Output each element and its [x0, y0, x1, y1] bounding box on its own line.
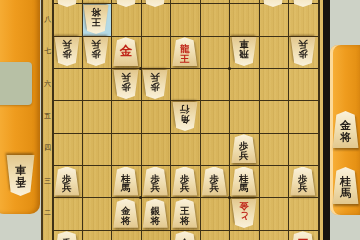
- shogi-piece[interactable]: 馬: [290, 231, 316, 240]
- shogi-piece[interactable]: 金将: [172, 231, 198, 240]
- piece-kanji: 兵: [239, 151, 249, 161]
- piece-kanji: 歩: [92, 50, 102, 60]
- piece-kanji: 兵: [180, 183, 190, 193]
- piece-kanji: 王: [92, 17, 102, 27]
- shogi-piece[interactable]: 香車: [54, 231, 80, 240]
- shogi-piece[interactable]: 桂馬: [113, 167, 139, 196]
- piece-kanji: 桂: [340, 176, 351, 188]
- shogi-piece[interactable]: 桂馬: [260, 0, 286, 7]
- piece-kanji: 車: [15, 164, 26, 176]
- grid-line: [52, 68, 319, 69]
- shogi-piece[interactable]: 王将: [172, 199, 198, 228]
- shogi-piece[interactable]: 歩兵: [231, 134, 257, 163]
- rank-label: 八: [43, 16, 52, 23]
- shogi-piece[interactable]: と金: [231, 199, 257, 228]
- piece-kanji: 兵: [298, 183, 308, 193]
- shogi-piece[interactable]: 歩兵: [172, 167, 198, 196]
- shogi-piece[interactable]: 飛車: [231, 37, 257, 66]
- piece-kanji: 飛: [239, 50, 249, 60]
- piece-kanji: 馬: [340, 188, 351, 200]
- shogi-board[interactable]: 八七六五四三二香車銀将金将桂馬香車王将歩兵歩兵金龍王飛車歩兵歩兵歩兵角行歩兵歩兵…: [41, 0, 323, 240]
- shogi-piece[interactable]: 香車: [6, 155, 35, 196]
- piece-kanji: 兵: [210, 183, 220, 193]
- piece-kanji: 金: [120, 45, 133, 58]
- piece-kanji: 将: [121, 216, 131, 226]
- piece-kanji: 兵: [298, 40, 308, 50]
- piece-kanji: 将: [151, 216, 161, 226]
- shogi-piece[interactable]: 香車: [290, 0, 316, 7]
- shogi-piece[interactable]: 金将: [113, 199, 139, 228]
- piece-kanji: 将: [340, 132, 351, 144]
- piece-kanji: 将: [180, 216, 190, 226]
- player-avatar: [0, 62, 32, 105]
- piece-kanji: 兵: [62, 40, 72, 50]
- piece-kanji: 車: [239, 40, 249, 50]
- piece-kanji: 王: [180, 54, 190, 64]
- grid-line: [52, 133, 319, 134]
- shogi-piece[interactable]: 香車: [54, 0, 80, 7]
- shogi-piece[interactable]: 金将: [332, 111, 359, 148]
- rank-label: 三: [43, 178, 52, 185]
- piece-kanji: 金: [340, 120, 351, 132]
- shogi-piece[interactable]: 歩兵: [83, 37, 109, 66]
- shogi-piece[interactable]: 桂馬: [332, 167, 359, 204]
- shogi-piece[interactable]: 歩兵: [142, 167, 168, 196]
- piece-kanji: 歩: [62, 50, 72, 60]
- shogi-piece[interactable]: 桂馬: [231, 167, 257, 196]
- piece-kanji: 兵: [92, 40, 102, 50]
- rank-label: 四: [43, 145, 52, 152]
- shogi-piece[interactable]: 金将: [142, 0, 168, 7]
- piece-kanji: 馬: [121, 183, 131, 193]
- piece-kanji: と: [239, 211, 249, 221]
- piece-kanji: 歩: [298, 50, 308, 60]
- shogi-piece[interactable]: 歩兵: [54, 37, 80, 66]
- shogi-piece[interactable]: 王将: [83, 5, 109, 34]
- shogi-piece[interactable]: 歩兵: [113, 70, 139, 99]
- shogi-piece[interactable]: 銀将: [113, 0, 139, 7]
- shogi-piece[interactable]: 歩兵: [290, 167, 316, 196]
- shogi-piece[interactable]: 歩兵: [142, 70, 168, 99]
- hoshi-dot: [228, 67, 231, 70]
- rank-label: 七: [43, 48, 52, 55]
- shogi-piece[interactable]: 歩兵: [290, 37, 316, 66]
- piece-kanji: 兵: [62, 183, 72, 193]
- piece-kanji: 兵: [151, 183, 161, 193]
- piece-kanji: 金: [239, 201, 249, 211]
- shogi-piece[interactable]: 龍王: [172, 37, 198, 66]
- rank-label: 六: [43, 81, 52, 88]
- piece-kanji: 兵: [151, 72, 161, 82]
- piece-kanji: 歩: [121, 82, 131, 92]
- shogi-piece[interactable]: 角行: [172, 102, 198, 131]
- shogi-app-screen: 八七六五四三二香車銀将金将桂馬香車王将歩兵歩兵金龍王飛車歩兵歩兵歩兵角行歩兵歩兵…: [0, 0, 360, 240]
- rank-label: 五: [43, 113, 52, 120]
- piece-kanji: 馬: [239, 183, 249, 193]
- piece-kanji: 兵: [121, 72, 131, 82]
- shogi-piece[interactable]: 歩兵: [201, 167, 227, 196]
- rank-label: 二: [43, 210, 52, 217]
- shogi-piece[interactable]: 歩兵: [54, 167, 80, 196]
- piece-kanji: 香: [15, 175, 26, 187]
- piece-kanji: 歩: [151, 82, 161, 92]
- shogi-piece[interactable]: 金: [113, 37, 139, 66]
- piece-kanji: 角: [180, 114, 190, 124]
- shogi-piece[interactable]: 銀将: [142, 199, 168, 228]
- piece-kanji: 将: [92, 8, 102, 18]
- piece-kanji: 行: [180, 105, 190, 115]
